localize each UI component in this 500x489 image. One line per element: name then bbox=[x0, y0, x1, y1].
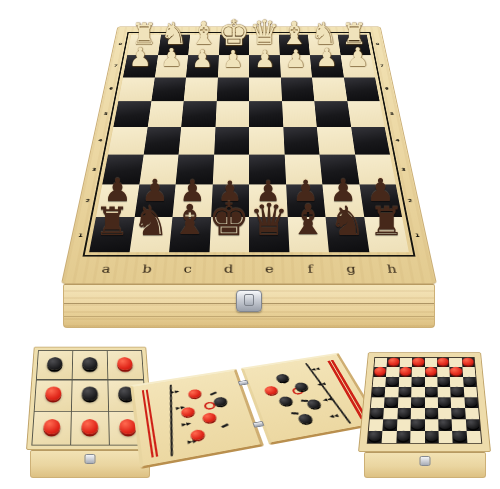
chess-square bbox=[249, 217, 289, 252]
checkers-disc-black bbox=[463, 377, 475, 385]
chess-board-frame bbox=[82, 32, 415, 256]
chess-square bbox=[347, 101, 385, 127]
checkers-square bbox=[412, 367, 425, 377]
checkers-square bbox=[411, 419, 425, 431]
chess-square bbox=[282, 101, 317, 127]
chess-square bbox=[172, 184, 212, 216]
checkers-square bbox=[425, 408, 439, 419]
checkers-square bbox=[410, 431, 424, 443]
checkers-square bbox=[452, 419, 466, 431]
chess-square bbox=[113, 101, 151, 127]
checkers-grid bbox=[367, 357, 483, 444]
checkers-disc-black bbox=[399, 387, 411, 396]
checkers-square bbox=[450, 377, 463, 387]
chess-square bbox=[214, 127, 249, 155]
checkers-disc-black bbox=[439, 419, 452, 429]
arrow-marks: ◀◀ bbox=[316, 381, 326, 386]
checkers-disc-black bbox=[386, 377, 398, 385]
puck-red bbox=[202, 412, 218, 423]
checkers-square bbox=[437, 387, 450, 397]
arrow-marks: ◀◀ bbox=[310, 367, 320, 372]
checkers-disc-black bbox=[438, 397, 451, 406]
chess-square bbox=[355, 155, 396, 185]
checkers-square bbox=[397, 419, 411, 431]
latch-icon bbox=[85, 454, 96, 464]
checkers-square bbox=[398, 387, 411, 397]
checkers-disc-black bbox=[425, 387, 437, 396]
checkers-square bbox=[384, 397, 398, 408]
checkers-square bbox=[451, 397, 465, 408]
chess-square bbox=[186, 55, 219, 77]
tictactoe-disc-red bbox=[45, 387, 62, 401]
tictactoe-disc-red bbox=[81, 419, 98, 434]
checkers-disc-black bbox=[465, 397, 478, 406]
puck-black bbox=[275, 373, 290, 383]
chess-square bbox=[278, 35, 309, 56]
chess-square bbox=[96, 184, 139, 216]
puck-red bbox=[187, 389, 202, 399]
checkers-square bbox=[397, 408, 411, 419]
chess-square bbox=[188, 35, 219, 56]
chess-square bbox=[344, 78, 380, 102]
checkers-square bbox=[449, 358, 462, 367]
chess-square bbox=[359, 184, 402, 216]
checkers-disc-red bbox=[388, 358, 400, 366]
checkers-square bbox=[425, 387, 438, 397]
checkers-square bbox=[451, 408, 465, 419]
checkers-square bbox=[399, 377, 412, 387]
chess-square bbox=[147, 101, 183, 127]
chess-square bbox=[184, 78, 218, 102]
chess-square bbox=[219, 35, 249, 56]
checkers-disc-black bbox=[451, 387, 463, 396]
chess-square bbox=[216, 78, 249, 102]
tictactoe-cell bbox=[72, 380, 108, 410]
chess-square bbox=[312, 78, 347, 102]
checkers-disc-black bbox=[453, 431, 466, 441]
checkers-square bbox=[465, 419, 480, 431]
checkers-square bbox=[465, 408, 479, 419]
checkers-square bbox=[411, 397, 424, 408]
chess-square bbox=[134, 184, 175, 216]
chess-square bbox=[249, 155, 286, 185]
chess-square bbox=[102, 155, 143, 185]
checkers-square bbox=[461, 358, 474, 367]
tictactoe-cell bbox=[73, 351, 108, 379]
checkers-disc-black bbox=[371, 408, 384, 417]
checkers-square bbox=[462, 367, 475, 377]
checkers-disc-black bbox=[369, 431, 383, 441]
checkers-square bbox=[399, 358, 412, 367]
center-print-mark bbox=[209, 391, 216, 395]
checkers-square bbox=[464, 397, 478, 408]
chess-square bbox=[181, 101, 216, 127]
center-print-mark bbox=[292, 412, 299, 415]
checkers-disc-black bbox=[397, 431, 410, 441]
tictactoe-cell bbox=[108, 351, 143, 379]
checkers-square bbox=[374, 358, 387, 367]
chess-square bbox=[151, 78, 186, 102]
file-label: f bbox=[289, 260, 331, 278]
checkers-disc-black bbox=[452, 408, 465, 417]
arrow-marks: ◀◀ bbox=[322, 397, 333, 402]
checkers-disc-black bbox=[372, 387, 385, 396]
chess-square bbox=[340, 55, 375, 77]
checkers-square bbox=[398, 397, 412, 408]
chess-square bbox=[249, 101, 283, 127]
chess-square bbox=[139, 155, 179, 185]
checkers-square bbox=[437, 367, 450, 377]
chess-square bbox=[176, 155, 214, 185]
puck-red bbox=[263, 385, 279, 395]
checkers-disc-red bbox=[413, 358, 425, 366]
checkers-box-product bbox=[352, 350, 498, 482]
slingpuck-box-product: ▶▶▶▶▶▶▶▶ ◀◀◀◀◀◀◀◀ bbox=[142, 336, 368, 486]
checkers-disc-black bbox=[398, 408, 411, 417]
checkers-square bbox=[387, 358, 400, 367]
checkers-square bbox=[412, 358, 425, 367]
checkers-square bbox=[450, 367, 463, 377]
chess-square bbox=[179, 127, 216, 155]
checkers-square bbox=[425, 367, 438, 377]
checkers-square bbox=[371, 397, 385, 408]
tictactoe-box-front bbox=[30, 450, 150, 478]
arrow-marks: ◀◀ bbox=[328, 413, 339, 419]
checkers-square bbox=[452, 431, 467, 443]
puck-black bbox=[297, 413, 314, 424]
checkers-square bbox=[463, 387, 477, 397]
chess-box-product: 87654321 87654321 abcdefgh ♜♞♝♚♛♝♞♜♟♟♟♟♟… bbox=[60, 12, 438, 334]
checkers-square bbox=[368, 431, 383, 443]
file-label: h bbox=[370, 260, 414, 278]
latch-icon bbox=[420, 456, 431, 466]
checkers-square bbox=[386, 367, 399, 377]
puck-red bbox=[180, 406, 195, 417]
checkers-square bbox=[437, 377, 450, 387]
latch-clasp bbox=[244, 294, 254, 306]
chess-square bbox=[129, 217, 172, 252]
chess-square bbox=[249, 35, 279, 56]
chess-square bbox=[211, 184, 249, 216]
checkers-disc-black bbox=[425, 431, 438, 441]
file-label: g bbox=[330, 260, 373, 278]
checkers-disc-red bbox=[450, 367, 462, 375]
chess-square bbox=[249, 127, 284, 155]
slingpuck-board-plane: ▶▶▶▶▶▶▶▶ ◀◀◀◀◀◀◀◀ bbox=[130, 353, 382, 469]
checkers-box-front bbox=[364, 452, 486, 478]
checkers-square bbox=[425, 377, 438, 387]
checkers-square bbox=[437, 358, 450, 367]
chess-square bbox=[284, 155, 322, 185]
chess-square bbox=[337, 35, 370, 56]
file-label: a bbox=[84, 260, 128, 278]
checkers-disc-black bbox=[425, 408, 438, 417]
checkers-disc-black bbox=[412, 377, 424, 385]
checkers-disc-black bbox=[466, 419, 479, 429]
tictactoe-cell bbox=[71, 412, 108, 445]
goal-line bbox=[170, 384, 173, 455]
checkers-disc-black bbox=[383, 419, 396, 429]
file-label: d bbox=[208, 260, 249, 278]
chess-board-plane: 87654321 87654321 abcdefgh bbox=[61, 27, 437, 284]
checkers-square bbox=[382, 431, 397, 443]
checkers-square bbox=[373, 377, 387, 387]
tictactoe-disc-black bbox=[47, 357, 63, 370]
tictactoe-disc-black bbox=[82, 387, 98, 401]
tictactoe-cell bbox=[32, 412, 70, 445]
chess-square bbox=[123, 55, 158, 77]
checkers-square bbox=[412, 377, 425, 387]
puck-black bbox=[306, 399, 323, 410]
chess-square bbox=[108, 127, 147, 155]
chess-box-front bbox=[63, 284, 435, 328]
checkers-disc-black bbox=[438, 377, 450, 385]
chess-square bbox=[310, 55, 344, 77]
file-label: c bbox=[167, 260, 209, 278]
chess-square bbox=[154, 55, 188, 77]
checkers-square bbox=[438, 431, 452, 443]
checkers-square bbox=[384, 408, 398, 419]
checkers-square bbox=[425, 419, 439, 431]
checkers-board-plane bbox=[358, 352, 491, 452]
chess-square bbox=[89, 217, 134, 252]
chess-square bbox=[279, 55, 312, 77]
checkers-disc-red bbox=[425, 367, 437, 375]
chess-square bbox=[215, 101, 249, 127]
chess-square bbox=[364, 217, 409, 252]
checkers-square bbox=[370, 408, 384, 419]
chess-square bbox=[217, 55, 249, 77]
checkers-disc-black bbox=[411, 419, 424, 429]
arrow-marks: ▶▶ bbox=[181, 421, 191, 427]
checkers-disc-black bbox=[385, 397, 398, 406]
checkers-square bbox=[438, 408, 452, 419]
center-print-mark bbox=[221, 423, 229, 428]
file-label: b bbox=[125, 260, 168, 278]
chess-square bbox=[287, 217, 329, 252]
tictactoe-cell bbox=[35, 380, 72, 410]
chess-square bbox=[283, 127, 320, 155]
chess-square bbox=[281, 78, 315, 102]
checkers-square bbox=[411, 408, 425, 419]
tictactoe-disc-red bbox=[43, 419, 61, 434]
checkers-square bbox=[425, 431, 439, 443]
arrow-marks: ▶▶ bbox=[170, 389, 180, 394]
checkers-square bbox=[425, 358, 438, 367]
checkers-square bbox=[399, 367, 412, 377]
file-label: e bbox=[249, 260, 290, 278]
chess-square bbox=[326, 217, 369, 252]
chess-square bbox=[127, 35, 160, 56]
chess-square bbox=[118, 78, 154, 102]
chess-file-labels: abcdefgh bbox=[84, 260, 414, 278]
chess-square bbox=[249, 184, 287, 216]
chess-square bbox=[209, 217, 249, 252]
checkers-square bbox=[466, 431, 481, 443]
checkers-square bbox=[463, 377, 477, 387]
tictactoe-disc-black bbox=[82, 357, 98, 370]
checkers-square bbox=[425, 397, 438, 408]
chess-squares bbox=[89, 35, 409, 253]
checkers-square bbox=[372, 387, 386, 397]
checkers-square bbox=[411, 387, 424, 397]
checkers-disc-red bbox=[437, 358, 449, 366]
tictactoe-disc-red bbox=[117, 357, 133, 370]
chess-square bbox=[249, 78, 282, 102]
chess-square bbox=[308, 35, 340, 56]
checkers-disc-red bbox=[462, 358, 474, 366]
tictactoe-cell bbox=[37, 351, 72, 379]
checkers-disc-black bbox=[412, 397, 424, 406]
chess-square bbox=[286, 184, 326, 216]
puck-black bbox=[278, 396, 294, 407]
checkers-square bbox=[438, 419, 452, 431]
checkers-square bbox=[450, 387, 464, 397]
checkers-square bbox=[374, 367, 387, 377]
chess-square bbox=[169, 217, 211, 252]
chess-square bbox=[319, 155, 359, 185]
chess-square bbox=[317, 127, 355, 155]
chess-square bbox=[322, 184, 363, 216]
chess-square bbox=[143, 127, 181, 155]
chess-square bbox=[314, 101, 350, 127]
checkers-square bbox=[383, 419, 397, 431]
checkers-square bbox=[396, 431, 410, 443]
checkers-square bbox=[369, 419, 384, 431]
product-photo-stage: 87654321 87654321 abcdefgh ♜♞♝♚♛♝♞♜♟♟♟♟♟… bbox=[0, 0, 500, 489]
chess-square bbox=[351, 127, 390, 155]
latch-icon bbox=[236, 290, 262, 312]
chess-square bbox=[249, 55, 281, 77]
checkers-square bbox=[385, 387, 399, 397]
base-groove bbox=[64, 316, 434, 317]
chess-square bbox=[158, 35, 190, 56]
checkers-disc-red bbox=[400, 367, 412, 375]
checkers-disc-red bbox=[374, 367, 386, 375]
checkers-square bbox=[438, 397, 452, 408]
chess-square bbox=[212, 155, 249, 185]
checkers-square bbox=[386, 377, 399, 387]
